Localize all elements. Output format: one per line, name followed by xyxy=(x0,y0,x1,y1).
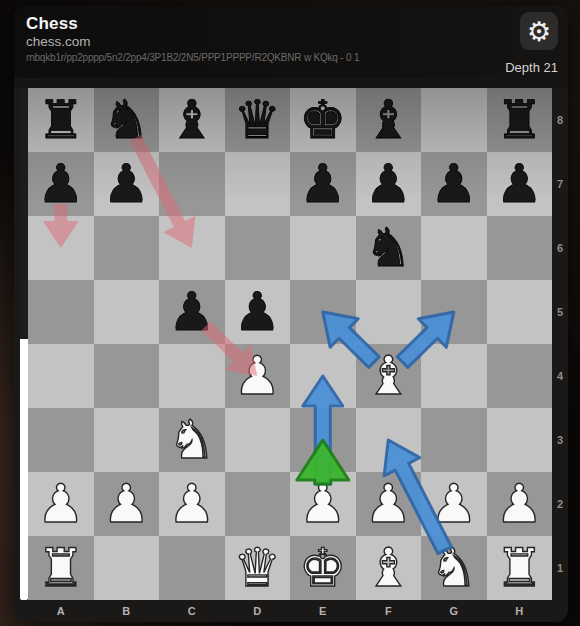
square-c5[interactable]: ♟ xyxy=(159,280,225,344)
square-b3[interactable] xyxy=(94,408,160,472)
square-d8[interactable]: ♛ xyxy=(225,88,291,152)
piece-black-pawn-f7: ♟ xyxy=(356,152,422,216)
piece-white-pawn-c2: ♟ xyxy=(159,472,225,536)
square-f7[interactable]: ♟ xyxy=(356,152,422,216)
rank-label-5: 5 xyxy=(552,280,568,344)
rank-coordinates: 87654321 xyxy=(552,88,568,600)
square-f3[interactable] xyxy=(356,408,422,472)
engine-depth-label: Depth 21 xyxy=(505,60,558,75)
square-g1[interactable]: ♞ xyxy=(421,536,487,600)
piece-white-bishop-f4: ♝ xyxy=(356,344,422,408)
square-d4[interactable]: ♟ xyxy=(225,344,291,408)
square-c6[interactable] xyxy=(159,216,225,280)
square-g2[interactable]: ♟ xyxy=(421,472,487,536)
square-b7[interactable]: ♟ xyxy=(94,152,160,216)
file-label-G: G xyxy=(421,600,487,622)
piece-white-pawn-e2: ♟ xyxy=(290,472,356,536)
piece-white-pawn-h2: ♟ xyxy=(487,472,553,536)
square-a5[interactable] xyxy=(28,280,94,344)
square-d5[interactable]: ♟ xyxy=(225,280,291,344)
chess-board: ♜♞♝♛♚♝♜♟♟♟♟♟♟♞♟♟♟♝♞♟♟♟♟♟♟♟♜♛♚♝♞♜ xyxy=(28,88,552,600)
file-label-D: D xyxy=(225,600,291,622)
chess-extension-panel: Chess chess.com rnbqkb1r/pp2pppp/5n2/2pp… xyxy=(14,6,568,622)
square-g8[interactable] xyxy=(421,88,487,152)
evaluation-bar-white xyxy=(20,339,28,600)
file-label-H: H xyxy=(487,600,553,622)
square-e2[interactable]: ♟ xyxy=(290,472,356,536)
rank-label-1: 1 xyxy=(552,536,568,600)
piece-black-bishop-f8: ♝ xyxy=(356,88,422,152)
piece-white-pawn-a2: ♟ xyxy=(28,472,94,536)
piece-black-king-e8: ♚ xyxy=(290,88,356,152)
app-title: Chess xyxy=(26,14,78,34)
square-h1[interactable]: ♜ xyxy=(487,536,553,600)
piece-white-pawn-g2: ♟ xyxy=(421,472,487,536)
square-f2[interactable]: ♟ xyxy=(356,472,422,536)
square-f1[interactable]: ♝ xyxy=(356,536,422,600)
square-c7[interactable] xyxy=(159,152,225,216)
square-e4[interactable] xyxy=(290,344,356,408)
square-f8[interactable]: ♝ xyxy=(356,88,422,152)
square-a8[interactable]: ♜ xyxy=(28,88,94,152)
square-d7[interactable] xyxy=(225,152,291,216)
square-h6[interactable] xyxy=(487,216,553,280)
square-h3[interactable] xyxy=(487,408,553,472)
piece-white-rook-a1: ♜ xyxy=(28,536,94,600)
square-e5[interactable] xyxy=(290,280,356,344)
header-divider xyxy=(14,78,568,88)
evaluation-bar xyxy=(20,88,28,600)
piece-black-pawn-a7: ♟ xyxy=(28,152,94,216)
file-label-A: A xyxy=(28,600,94,622)
square-f4[interactable]: ♝ xyxy=(356,344,422,408)
piece-black-rook-a8: ♜ xyxy=(28,88,94,152)
rank-label-2: 2 xyxy=(552,472,568,536)
square-b4[interactable] xyxy=(94,344,160,408)
rank-label-7: 7 xyxy=(552,152,568,216)
square-f5[interactable] xyxy=(356,280,422,344)
piece-white-queen-d1: ♛ xyxy=(225,536,291,600)
square-h2[interactable]: ♟ xyxy=(487,472,553,536)
square-d3[interactable] xyxy=(225,408,291,472)
piece-black-queen-d8: ♛ xyxy=(225,88,291,152)
square-g3[interactable] xyxy=(421,408,487,472)
square-a3[interactable] xyxy=(28,408,94,472)
piece-black-rook-h8: ♜ xyxy=(487,88,553,152)
piece-black-knight-f6: ♞ xyxy=(356,216,422,280)
square-b1[interactable] xyxy=(94,536,160,600)
square-g6[interactable] xyxy=(421,216,487,280)
square-d1[interactable]: ♛ xyxy=(225,536,291,600)
rank-label-8: 8 xyxy=(552,88,568,152)
piece-white-rook-h1: ♜ xyxy=(487,536,553,600)
piece-white-pawn-f2: ♟ xyxy=(356,472,422,536)
square-a7[interactable]: ♟ xyxy=(28,152,94,216)
piece-white-king-e1: ♚ xyxy=(290,536,356,600)
file-label-E: E xyxy=(290,600,356,622)
header: Chess chess.com rnbqkb1r/pp2pppp/5n2/2pp… xyxy=(14,6,568,78)
square-a2[interactable]: ♟ xyxy=(28,472,94,536)
square-a1[interactable]: ♜ xyxy=(28,536,94,600)
square-f6[interactable]: ♞ xyxy=(356,216,422,280)
piece-black-pawn-e7: ♟ xyxy=(290,152,356,216)
piece-black-pawn-g7: ♟ xyxy=(421,152,487,216)
settings-button[interactable]: ⚙ xyxy=(520,12,558,50)
piece-white-pawn-b2: ♟ xyxy=(94,472,160,536)
piece-black-pawn-c5: ♟ xyxy=(159,280,225,344)
file-label-F: F xyxy=(356,600,422,622)
fen-string: rnbqkb1r/pp2pppp/5n2/2pp4/3P1B2/2N5/PPP1… xyxy=(26,52,359,63)
file-coordinates: ABCDEFGH xyxy=(28,600,552,622)
square-h8[interactable]: ♜ xyxy=(487,88,553,152)
piece-black-bishop-c8: ♝ xyxy=(159,88,225,152)
square-d2[interactable] xyxy=(225,472,291,536)
square-b5[interactable] xyxy=(94,280,160,344)
site-name: chess.com xyxy=(26,34,91,49)
piece-white-knight-g1: ♞ xyxy=(421,536,487,600)
square-c4[interactable] xyxy=(159,344,225,408)
square-h5[interactable] xyxy=(487,280,553,344)
square-c1[interactable] xyxy=(159,536,225,600)
piece-black-pawn-d5: ♟ xyxy=(225,280,291,344)
square-h7[interactable]: ♟ xyxy=(487,152,553,216)
square-d6[interactable] xyxy=(225,216,291,280)
square-e3[interactable] xyxy=(290,408,356,472)
square-c3[interactable]: ♞ xyxy=(159,408,225,472)
file-label-B: B xyxy=(94,600,160,622)
rank-label-4: 4 xyxy=(552,344,568,408)
square-e7[interactable]: ♟ xyxy=(290,152,356,216)
piece-white-knight-c3: ♞ xyxy=(159,408,225,472)
piece-white-bishop-f1: ♝ xyxy=(356,536,422,600)
square-g5[interactable] xyxy=(421,280,487,344)
piece-white-pawn-d4: ♟ xyxy=(225,344,291,408)
square-h4[interactable] xyxy=(487,344,553,408)
square-a4[interactable] xyxy=(28,344,94,408)
square-e1[interactable]: ♚ xyxy=(290,536,356,600)
rank-label-6: 6 xyxy=(552,216,568,280)
square-g4[interactable] xyxy=(421,344,487,408)
rank-label-3: 3 xyxy=(552,408,568,472)
piece-black-pawn-b7: ♟ xyxy=(94,152,160,216)
gear-icon: ⚙ xyxy=(527,18,551,45)
square-g7[interactable]: ♟ xyxy=(421,152,487,216)
square-a6[interactable] xyxy=(28,216,94,280)
square-e8[interactable]: ♚ xyxy=(290,88,356,152)
piece-black-knight-b8: ♞ xyxy=(94,88,160,152)
square-b2[interactable]: ♟ xyxy=(94,472,160,536)
square-e6[interactable] xyxy=(290,216,356,280)
square-c2[interactable]: ♟ xyxy=(159,472,225,536)
file-label-C: C xyxy=(159,600,225,622)
square-c8[interactable]: ♝ xyxy=(159,88,225,152)
square-b6[interactable] xyxy=(94,216,160,280)
piece-black-pawn-h7: ♟ xyxy=(487,152,553,216)
square-b8[interactable]: ♞ xyxy=(94,88,160,152)
